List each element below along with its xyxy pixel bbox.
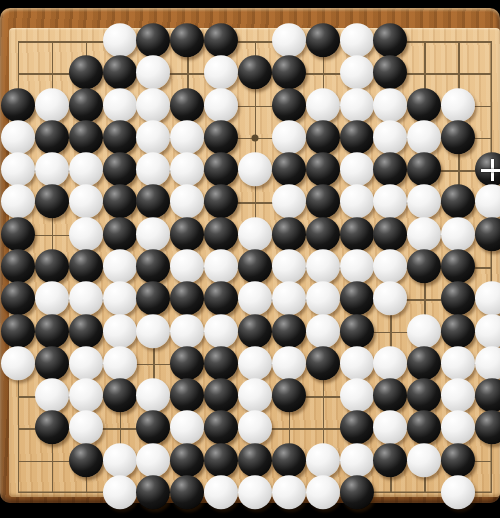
black-stone [441,120,475,154]
white-stone [306,314,340,348]
white-stone [306,282,340,316]
black-stone [170,282,204,316]
white-stone [373,120,407,154]
black-stone [407,378,441,412]
black-stone [238,249,272,283]
white-stone [238,152,272,186]
board-surface [9,28,500,497]
white-stone [170,152,204,186]
black-stone [204,282,238,316]
white-stone [340,443,374,477]
black-stone [306,217,340,251]
black-stone [35,314,69,348]
black-stone [373,378,407,412]
white-stone [272,475,306,509]
black-stone [340,411,374,445]
black-stone [1,88,35,122]
black-stone [1,249,35,283]
black-stone [136,282,170,316]
white-stone [306,475,340,509]
black-stone [340,475,374,509]
black-stone [340,282,374,316]
white-stone [238,217,272,251]
star-point [252,134,259,141]
black-stone [306,120,340,154]
white-stone [238,378,272,412]
black-stone [204,378,238,412]
black-stone [407,249,441,283]
black-stone [136,185,170,219]
white-stone [69,346,103,380]
black-stone [103,185,137,219]
white-stone [103,314,137,348]
white-stone [170,120,204,154]
white-stone [136,314,170,348]
black-stone [69,443,103,477]
black-stone [170,443,204,477]
white-stone [306,443,340,477]
black-stone [35,120,69,154]
black-stone [35,346,69,380]
black-stone [204,152,238,186]
white-stone [136,217,170,251]
black-stone [407,152,441,186]
white-stone [1,152,35,186]
black-stone [238,443,272,477]
black-stone [441,314,475,348]
black-stone [272,314,306,348]
black-stone [204,23,238,57]
black-stone [170,88,204,122]
white-stone [340,346,374,380]
white-stone [35,88,69,122]
black-stone [204,346,238,380]
black-stone [441,443,475,477]
white-stone [170,185,204,219]
white-stone [136,378,170,412]
white-stone [441,475,475,509]
black-stone [407,411,441,445]
black-stone [272,443,306,477]
white-stone [407,443,441,477]
white-stone [441,88,475,122]
black-stone [272,152,306,186]
white-stone [441,346,475,380]
white-stone [204,56,238,90]
white-stone [407,185,441,219]
white-stone [204,88,238,122]
white-stone [306,249,340,283]
black-stone [35,411,69,445]
white-stone [69,152,103,186]
black-stone [103,217,137,251]
black-stone [340,314,374,348]
white-stone [340,249,374,283]
black-stone [103,152,137,186]
black-stone [238,56,272,90]
white-stone [373,346,407,380]
black-stone [340,217,374,251]
white-stone [272,282,306,316]
black-stone [136,411,170,445]
white-stone [69,185,103,219]
black-stone [373,217,407,251]
black-stone [204,217,238,251]
white-stone [170,249,204,283]
white-stone [136,88,170,122]
black-stone [1,217,35,251]
black-stone [35,185,69,219]
black-stone [272,217,306,251]
black-stone [1,282,35,316]
black-stone [170,23,204,57]
white-stone [272,249,306,283]
white-stone [136,152,170,186]
white-stone [204,475,238,509]
white-stone [103,282,137,316]
black-stone [103,378,137,412]
black-stone [306,152,340,186]
white-stone [238,346,272,380]
white-stone [170,314,204,348]
white-stone [373,411,407,445]
white-stone [340,88,374,122]
white-stone [373,282,407,316]
white-stone [441,411,475,445]
white-stone [136,56,170,90]
white-stone [272,120,306,154]
white-stone [1,346,35,380]
white-stone [204,314,238,348]
white-stone [69,411,103,445]
white-stone [407,120,441,154]
white-stone [340,152,374,186]
white-stone [306,88,340,122]
black-stone [373,56,407,90]
white-stone [35,152,69,186]
black-stone [69,314,103,348]
white-stone [272,23,306,57]
black-stone [204,120,238,154]
black-stone [204,443,238,477]
white-stone [35,282,69,316]
board-frame [0,8,500,503]
white-stone [103,443,137,477]
black-stone [238,314,272,348]
white-stone [103,475,137,509]
black-stone [340,120,374,154]
go-app-window: { "game": "Go / Gomoku (five-in-a-row) o… [0,0,500,518]
black-stone [373,152,407,186]
black-stone [136,249,170,283]
white-stone [340,56,374,90]
white-stone [272,346,306,380]
black-stone [103,120,137,154]
white-stone [170,411,204,445]
black-stone [441,282,475,316]
black-stone [204,185,238,219]
black-stone [373,443,407,477]
white-stone [407,314,441,348]
white-stone [340,378,374,412]
white-stone [204,249,238,283]
white-stone [69,378,103,412]
white-stone [340,185,374,219]
white-stone [272,185,306,219]
white-stone [1,120,35,154]
white-stone [441,378,475,412]
black-stone [272,56,306,90]
black-stone [1,314,35,348]
black-stone [69,56,103,90]
black-stone [103,56,137,90]
white-stone [340,23,374,57]
black-stone [272,378,306,412]
white-stone [373,88,407,122]
white-stone [136,120,170,154]
white-stone [103,23,137,57]
black-stone [69,249,103,283]
black-stone [69,88,103,122]
black-stone [373,23,407,57]
white-stone [373,185,407,219]
white-stone [136,443,170,477]
white-stone [441,217,475,251]
black-stone [136,475,170,509]
white-stone [103,346,137,380]
black-stone [441,249,475,283]
white-stone [373,249,407,283]
white-stone [238,411,272,445]
white-stone [1,185,35,219]
white-stone [69,282,103,316]
black-stone [35,249,69,283]
black-stone [170,378,204,412]
black-stone [306,346,340,380]
black-stone [170,217,204,251]
black-stone [441,185,475,219]
white-stone [103,249,137,283]
black-stone [272,88,306,122]
black-stone [69,120,103,154]
black-stone [407,88,441,122]
black-stone [306,185,340,219]
black-stone [204,411,238,445]
white-stone [35,378,69,412]
black-stone [170,346,204,380]
go-board-grid[interactable] [18,41,492,493]
black-stone [407,346,441,380]
black-stone [306,23,340,57]
white-stone [238,282,272,316]
black-stone [136,23,170,57]
black-stone [170,475,204,509]
white-stone [238,475,272,509]
white-stone [103,88,137,122]
white-stone [407,217,441,251]
white-stone [69,217,103,251]
